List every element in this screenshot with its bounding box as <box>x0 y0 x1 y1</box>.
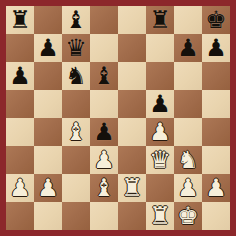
square-h5[interactable] <box>202 90 230 118</box>
square-f2[interactable] <box>146 174 174 202</box>
white-queen-icon: ♛ <box>149 146 171 174</box>
white-pawn-icon: ♟ <box>9 174 31 202</box>
board-frame: ♜♝♜♚♟♛♟♟♟♞♝♟♝♟♟♟♛♞♟♟♝♜♟♟♜♚ <box>0 0 236 236</box>
square-g8[interactable] <box>174 6 202 34</box>
square-c1[interactable] <box>62 202 90 230</box>
square-e3[interactable] <box>118 146 146 174</box>
black-rook-icon: ♜ <box>9 6 31 34</box>
square-b2[interactable]: ♟ <box>34 174 62 202</box>
black-pawn-icon: ♟ <box>149 90 171 118</box>
white-pawn-icon: ♟ <box>93 146 115 174</box>
square-h3[interactable] <box>202 146 230 174</box>
square-f8[interactable]: ♜ <box>146 6 174 34</box>
black-bishop-icon: ♝ <box>65 6 87 34</box>
square-e7[interactable] <box>118 34 146 62</box>
square-h7[interactable]: ♟ <box>202 34 230 62</box>
square-b5[interactable] <box>34 90 62 118</box>
square-c3[interactable] <box>62 146 90 174</box>
white-knight-icon: ♞ <box>177 146 199 174</box>
square-f7[interactable] <box>146 34 174 62</box>
chess-board: ♜♝♜♚♟♛♟♟♟♞♝♟♝♟♟♟♛♞♟♟♝♜♟♟♜♚ <box>6 6 230 230</box>
square-c6[interactable]: ♞ <box>62 62 90 90</box>
square-a1[interactable] <box>6 202 34 230</box>
white-rook-icon: ♜ <box>121 174 143 202</box>
square-g5[interactable] <box>174 90 202 118</box>
square-e1[interactable] <box>118 202 146 230</box>
square-d6[interactable]: ♝ <box>90 62 118 90</box>
square-a5[interactable] <box>6 90 34 118</box>
square-g7[interactable]: ♟ <box>174 34 202 62</box>
square-a4[interactable] <box>6 118 34 146</box>
square-f1[interactable]: ♜ <box>146 202 174 230</box>
square-b4[interactable] <box>34 118 62 146</box>
square-e8[interactable] <box>118 6 146 34</box>
black-pawn-icon: ♟ <box>177 34 199 62</box>
square-b7[interactable]: ♟ <box>34 34 62 62</box>
square-c7[interactable]: ♛ <box>62 34 90 62</box>
square-g2[interactable]: ♟ <box>174 174 202 202</box>
black-pawn-icon: ♟ <box>205 34 227 62</box>
square-f4[interactable]: ♟ <box>146 118 174 146</box>
white-pawn-icon: ♟ <box>177 174 199 202</box>
white-bishop-icon: ♝ <box>65 118 87 146</box>
square-c5[interactable] <box>62 90 90 118</box>
white-pawn-icon: ♟ <box>205 174 227 202</box>
square-b6[interactable] <box>34 62 62 90</box>
white-king-icon: ♚ <box>177 202 199 230</box>
square-b3[interactable] <box>34 146 62 174</box>
square-d7[interactable] <box>90 34 118 62</box>
square-g4[interactable] <box>174 118 202 146</box>
square-h6[interactable] <box>202 62 230 90</box>
square-a6[interactable]: ♟ <box>6 62 34 90</box>
black-pawn-icon: ♟ <box>9 62 31 90</box>
square-c8[interactable]: ♝ <box>62 6 90 34</box>
square-e6[interactable] <box>118 62 146 90</box>
square-b1[interactable] <box>34 202 62 230</box>
black-knight-icon: ♞ <box>65 62 87 90</box>
square-d4[interactable]: ♟ <box>90 118 118 146</box>
square-e4[interactable] <box>118 118 146 146</box>
square-a3[interactable] <box>6 146 34 174</box>
black-bishop-icon: ♝ <box>93 62 115 90</box>
square-g3[interactable]: ♞ <box>174 146 202 174</box>
chess-diagram: ♜♝♜♚♟♛♟♟♟♞♝♟♝♟♟♟♛♞♟♟♝♜♟♟♜♚ <box>0 0 236 236</box>
black-rook-icon: ♜ <box>149 6 171 34</box>
black-king-icon: ♚ <box>205 6 227 34</box>
square-a7[interactable] <box>6 34 34 62</box>
square-c2[interactable] <box>62 174 90 202</box>
white-pawn-icon: ♟ <box>37 174 59 202</box>
square-h8[interactable]: ♚ <box>202 6 230 34</box>
square-f3[interactable]: ♛ <box>146 146 174 174</box>
square-c4[interactable]: ♝ <box>62 118 90 146</box>
square-d8[interactable] <box>90 6 118 34</box>
square-h1[interactable] <box>202 202 230 230</box>
square-d1[interactable] <box>90 202 118 230</box>
square-d2[interactable]: ♝ <box>90 174 118 202</box>
black-queen-icon: ♛ <box>65 34 87 62</box>
square-g6[interactable] <box>174 62 202 90</box>
square-f5[interactable]: ♟ <box>146 90 174 118</box>
square-f6[interactable] <box>146 62 174 90</box>
black-pawn-icon: ♟ <box>93 118 115 146</box>
square-e5[interactable] <box>118 90 146 118</box>
square-b8[interactable] <box>34 6 62 34</box>
square-e2[interactable]: ♜ <box>118 174 146 202</box>
square-a8[interactable]: ♜ <box>6 6 34 34</box>
square-d5[interactable] <box>90 90 118 118</box>
square-d3[interactable]: ♟ <box>90 146 118 174</box>
square-g1[interactable]: ♚ <box>174 202 202 230</box>
square-h4[interactable] <box>202 118 230 146</box>
black-pawn-icon: ♟ <box>37 34 59 62</box>
white-rook-icon: ♜ <box>149 202 171 230</box>
square-h2[interactable]: ♟ <box>202 174 230 202</box>
white-bishop-icon: ♝ <box>93 174 115 202</box>
square-a2[interactable]: ♟ <box>6 174 34 202</box>
white-pawn-icon: ♟ <box>149 118 171 146</box>
